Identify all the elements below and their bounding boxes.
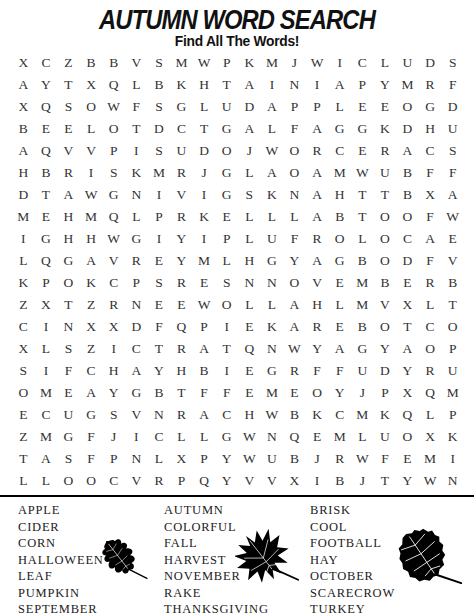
- grid-cell-r5c1: A: [12, 140, 35, 162]
- grid-cell-r20c19: W: [419, 470, 442, 492]
- grid-cell-r1c15: I: [328, 52, 351, 74]
- grid-cell-r5c16: E: [351, 140, 374, 162]
- grid-cell-r7c1: D: [12, 184, 35, 206]
- grid-cell-r4c15: G: [328, 118, 351, 140]
- grid-cell-r6c20: F: [441, 162, 464, 184]
- grid-cell-r1c12: M: [261, 52, 284, 74]
- grid-cell-r4c17: K: [374, 118, 397, 140]
- grid-cell-r10c14: A: [306, 250, 329, 272]
- grid-cell-r19c5: P: [102, 448, 125, 470]
- grid-cell-r2c17: Y: [374, 74, 397, 96]
- grid-cell-r20c3: O: [57, 470, 80, 492]
- grid-cell-r13c20: O: [441, 316, 464, 338]
- grid-cell-r13c12: K: [261, 316, 284, 338]
- grid-cell-r20c9: Q: [193, 470, 216, 492]
- grid-cell-r15c14: F: [306, 360, 329, 382]
- grid-cell-r5c4: V: [80, 140, 103, 162]
- grid-cell-r20c17: T: [374, 470, 397, 492]
- grid-cell-r17c14: K: [306, 404, 329, 426]
- grid-cell-r16c19: Q: [419, 382, 442, 404]
- grid-cell-r3c1: X: [12, 96, 35, 118]
- grid-cell-r7c4: W: [80, 184, 103, 206]
- grid-cell-r2c14: I: [306, 74, 329, 96]
- grid-cell-r6c12: A: [261, 162, 284, 184]
- grid-cell-r14c18: A: [396, 338, 419, 360]
- grid-cell-r16c17: P: [374, 382, 397, 404]
- grid-cell-r13c4: X: [80, 316, 103, 338]
- grid-cell-r7c2: T: [35, 184, 58, 206]
- grid-cell-r14c4: Z: [80, 338, 103, 360]
- grid-cell-r18c9: L: [193, 426, 216, 448]
- grid-cell-r3c18: O: [396, 96, 419, 118]
- grid-cell-r8c7: P: [148, 206, 171, 228]
- grid-cell-r10c18: D: [396, 250, 419, 272]
- grid-cell-r16c3: E: [57, 382, 80, 404]
- grid-cell-r7c13: N: [283, 184, 306, 206]
- grid-cell-r12c13: A: [283, 294, 306, 316]
- grid-cell-r17c11: H: [238, 404, 261, 426]
- grid-cell-r19c1: T: [12, 448, 35, 470]
- grid-cell-r11c12: N: [261, 272, 284, 294]
- grid-cell-r9c17: O: [374, 228, 397, 250]
- grid-cell-r15c10: I: [215, 360, 238, 382]
- grid-cell-r17c13: B: [283, 404, 306, 426]
- grid-cell-r7c6: N: [125, 184, 148, 206]
- grid-cell-r19c18: E: [396, 448, 419, 470]
- grid-cell-r7c19: X: [419, 184, 442, 206]
- grid-cell-r18c5: J: [102, 426, 125, 448]
- grid-cell-r14c16: G: [351, 338, 374, 360]
- grid-cell-r11c5: C: [102, 272, 125, 294]
- grid-cell-r5c14: R: [306, 140, 329, 162]
- grid-cell-r14c8: R: [170, 338, 193, 360]
- grid-cell-r3c19: G: [419, 96, 442, 118]
- grid-cell-r10c11: H: [238, 250, 261, 272]
- grid-cell-r7c11: S: [238, 184, 261, 206]
- word-item: BRISK: [310, 502, 395, 519]
- grid-cell-r12c2: X: [35, 294, 58, 316]
- grid-cell-r17c18: Q: [396, 404, 419, 426]
- grid-cell-r3c4: O: [80, 96, 103, 118]
- grid-cell-r1c8: M: [170, 52, 193, 74]
- grid-cell-r6c10: G: [215, 162, 238, 184]
- grid-cell-r9c5: W: [102, 228, 125, 250]
- grid-cell-r16c5: Y: [102, 382, 125, 404]
- grid-cell-r5c3: V: [57, 140, 80, 162]
- grid-cell-r7c16: T: [351, 184, 374, 206]
- grid-cell-r14c20: P: [441, 338, 464, 360]
- birch-leaf-icon: [387, 525, 471, 603]
- grid-cell-r8c13: L: [283, 206, 306, 228]
- grid-cell-r6c4: I: [80, 162, 103, 184]
- word-item: PUMPKIN: [18, 585, 104, 602]
- grid-cell-r13c17: O: [374, 316, 397, 338]
- word-item: HALLOWEEN: [18, 552, 104, 569]
- grid-cell-r16c14: O: [306, 382, 329, 404]
- grid-cell-r20c6: V: [125, 470, 148, 492]
- grid-cell-r20c18: Y: [396, 470, 419, 492]
- grid-cell-r9c20: E: [441, 228, 464, 250]
- grid-cell-r12c20: T: [441, 294, 464, 316]
- grid-cell-r2c1: A: [12, 74, 35, 96]
- grid-cell-r9c6: G: [125, 228, 148, 250]
- grid-cell-r5c10: O: [215, 140, 238, 162]
- grid-cell-r8c9: K: [193, 206, 216, 228]
- grid-cell-r4c2: E: [35, 118, 58, 140]
- grid-cell-r18c3: G: [57, 426, 80, 448]
- grid-cell-r3c14: P: [306, 96, 329, 118]
- grid-cell-r3c12: A: [261, 96, 284, 118]
- grid-cell-r8c18: O: [396, 206, 419, 228]
- grid-cell-r4c4: L: [80, 118, 103, 140]
- grid-cell-r4c9: T: [193, 118, 216, 140]
- grid-cell-r11c15: E: [328, 272, 351, 294]
- grid-cell-r18c18: O: [396, 426, 419, 448]
- grid-cell-r8c16: T: [351, 206, 374, 228]
- grid-cell-r7c3: A: [57, 184, 80, 206]
- grid-cell-r8c10: E: [215, 206, 238, 228]
- grid-cell-r19c6: N: [125, 448, 148, 470]
- grid-cell-r17c12: W: [261, 404, 284, 426]
- grid-cell-r20c1: L: [12, 470, 35, 492]
- grid-cell-r4c3: E: [57, 118, 80, 140]
- grid-cell-r16c15: Y: [328, 382, 351, 404]
- word-item: AUTUMN: [164, 502, 269, 519]
- grid-cell-r6c7: M: [148, 162, 171, 184]
- grid-cell-r13c19: C: [419, 316, 442, 338]
- grid-cell-r12c16: M: [351, 294, 374, 316]
- grid-cell-r16c11: E: [238, 382, 261, 404]
- grid-cell-r13c1: C: [12, 316, 35, 338]
- grid-cell-r14c5: I: [102, 338, 125, 360]
- grid-cell-r2c15: A: [328, 74, 351, 96]
- grid-cell-r1c16: C: [351, 52, 374, 74]
- grid-cell-r6c11: L: [238, 162, 261, 184]
- grid-cell-r19c19: M: [419, 448, 442, 470]
- grid-cell-r9c15: O: [328, 228, 351, 250]
- grid-cell-r4c10: G: [215, 118, 238, 140]
- grid-cell-r1c7: S: [148, 52, 171, 74]
- grid-cell-r3c6: F: [125, 96, 148, 118]
- grid-cell-r15c4: C: [80, 360, 103, 382]
- grid-cell-r18c8: L: [170, 426, 193, 448]
- grid-cell-r12c14: H: [306, 294, 329, 316]
- grid-cell-r16c2: M: [35, 382, 58, 404]
- grid-cell-r5c17: R: [374, 140, 397, 162]
- grid-cell-r3c15: L: [328, 96, 351, 118]
- grid-cell-r9c10: P: [215, 228, 238, 250]
- grid-cell-r14c7: T: [148, 338, 171, 360]
- grid-cell-r13c14: R: [306, 316, 329, 338]
- grid-cell-r12c12: L: [261, 294, 284, 316]
- grid-cell-r1c17: L: [374, 52, 397, 74]
- grid-cell-r20c8: P: [170, 470, 193, 492]
- grid-cell-r10c9: M: [193, 250, 216, 272]
- grid-cell-r12c1: Z: [12, 294, 35, 316]
- grid-cell-r13c18: T: [396, 316, 419, 338]
- grid-cell-r19c14: J: [306, 448, 329, 470]
- grid-cell-r17c7: N: [148, 404, 171, 426]
- grid-cell-r2c10: T: [215, 74, 238, 96]
- maple-leaf-icon: [235, 526, 301, 602]
- grid-cell-r2c7: B: [148, 74, 171, 96]
- grid-cell-r3c16: E: [351, 96, 374, 118]
- grid-cell-r5c13: O: [283, 140, 306, 162]
- grid-cell-r9c1: I: [12, 228, 35, 250]
- grid-cell-r20c14: I: [306, 470, 329, 492]
- grid-cell-r1c4: B: [80, 52, 103, 74]
- grid-cell-r16c16: J: [351, 382, 374, 404]
- grid-cell-r6c19: F: [419, 162, 442, 184]
- grid-cell-r1c2: C: [35, 52, 58, 74]
- grid-cell-r8c8: R: [170, 206, 193, 228]
- grid-cell-r10c20: V: [441, 250, 464, 272]
- grid-cell-r1c9: W: [193, 52, 216, 74]
- grid-cell-r13c11: E: [238, 316, 261, 338]
- grid-cell-r10c13: Y: [283, 250, 306, 272]
- grid-cell-r11c4: K: [80, 272, 103, 294]
- grid-cell-r11c3: O: [57, 272, 80, 294]
- grid-cell-r9c19: A: [419, 228, 442, 250]
- grid-cell-r3c10: U: [215, 96, 238, 118]
- grid-cell-r10c3: G: [57, 250, 80, 272]
- grid-cell-r2c11: A: [238, 74, 261, 96]
- grid-cell-r12c10: O: [215, 294, 238, 316]
- grid-cell-r16c1: O: [12, 382, 35, 404]
- grid-cell-r18c4: F: [80, 426, 103, 448]
- divider-line: [0, 495, 474, 497]
- grid-cell-r1c19: D: [419, 52, 442, 74]
- grid-cell-r15c6: A: [125, 360, 148, 382]
- grid-cell-r18c11: W: [238, 426, 261, 448]
- grid-cell-r5c9: D: [193, 140, 216, 162]
- grid-cell-r3c9: L: [193, 96, 216, 118]
- grid-cell-r14c15: A: [328, 338, 351, 360]
- grid-cell-r4c19: H: [419, 118, 442, 140]
- grid-cell-r4c20: U: [441, 118, 464, 140]
- grid-cell-r9c18: C: [396, 228, 419, 250]
- grid-cell-r11c10: S: [215, 272, 238, 294]
- grid-cell-r5c20: S: [441, 140, 464, 162]
- grid-cell-r15c17: D: [374, 360, 397, 382]
- grid-cell-r11c18: E: [396, 272, 419, 294]
- grid-cell-r1c1: X: [12, 52, 35, 74]
- grid-cell-r19c2: A: [35, 448, 58, 470]
- grid-cell-r12c4: Z: [80, 294, 103, 316]
- grid-cell-r18c17: U: [374, 426, 397, 448]
- word-item: OCTOBER: [310, 568, 395, 585]
- grid-cell-r17c16: M: [351, 404, 374, 426]
- word-item: APPLE: [18, 502, 104, 519]
- grid-cell-r19c15: R: [328, 448, 351, 470]
- grid-cell-r17c2: C: [35, 404, 58, 426]
- grid-cell-r13c7: F: [148, 316, 171, 338]
- grid-cell-r15c18: Y: [396, 360, 419, 382]
- grid-cell-r14c2: L: [35, 338, 58, 360]
- grid-cell-r11c6: P: [125, 272, 148, 294]
- grid-cell-r7c14: A: [306, 184, 329, 206]
- grid-cell-r20c16: J: [351, 470, 374, 492]
- grid-cell-r15c20: U: [441, 360, 464, 382]
- grid-cell-r4c13: F: [283, 118, 306, 140]
- grid-cell-r13c10: I: [215, 316, 238, 338]
- grid-cell-r17c5: S: [102, 404, 125, 426]
- grid-cell-r16c12: M: [261, 382, 284, 404]
- grid-cell-r4c18: D: [396, 118, 419, 140]
- grid-cell-r12c5: R: [102, 294, 125, 316]
- grid-cell-r14c3: S: [57, 338, 80, 360]
- grid-cell-r18c10: G: [215, 426, 238, 448]
- grid-cell-r19c17: F: [374, 448, 397, 470]
- grid-cell-r20c12: V: [261, 470, 284, 492]
- grid-cell-r10c10: L: [215, 250, 238, 272]
- word-item: THANKSGIVING: [164, 601, 269, 613]
- grid-cell-r3c17: E: [374, 96, 397, 118]
- grid-cell-r11c16: M: [351, 272, 374, 294]
- grid-cell-r6c8: R: [170, 162, 193, 184]
- grid-cell-r3c20: D: [441, 96, 464, 118]
- grid-cell-r20c20: N: [441, 470, 464, 492]
- grid-cell-r19c10: Y: [215, 448, 238, 470]
- grid-cell-r12c9: W: [193, 294, 216, 316]
- grid-cell-r9c12: U: [261, 228, 284, 250]
- grid-cell-r1c6: V: [125, 52, 148, 74]
- grid-cell-r2c12: I: [261, 74, 284, 96]
- grid-cell-r14c13: W: [283, 338, 306, 360]
- grid-cell-r12c15: L: [328, 294, 351, 316]
- grid-cell-r8c5: Q: [102, 206, 125, 228]
- word-list-column-1: APPLECIDERCORNHALLOWEENLEAFPUMPKINSEPTEM…: [18, 502, 104, 613]
- grid-cell-r1c3: Z: [57, 52, 80, 74]
- grid-cell-r4c5: O: [102, 118, 125, 140]
- grid-cell-r7c10: G: [215, 184, 238, 206]
- grid-cell-r15c13: R: [283, 360, 306, 382]
- grid-cell-r11c11: N: [238, 272, 261, 294]
- grid-cell-r5c7: S: [148, 140, 171, 162]
- grid-cell-r15c1: S: [12, 360, 35, 382]
- grid-cell-r9c11: L: [238, 228, 261, 250]
- grid-cell-r10c4: A: [80, 250, 103, 272]
- grid-cell-r8c3: H: [57, 206, 80, 228]
- grid-cell-r15c8: H: [170, 360, 193, 382]
- grid-cell-r5c11: J: [238, 140, 261, 162]
- word-item: COOL: [310, 519, 395, 536]
- grid-cell-r8c17: O: [374, 206, 397, 228]
- grid-cell-r14c19: O: [419, 338, 442, 360]
- grid-cell-r13c6: D: [125, 316, 148, 338]
- word-item: SEPTEMBER: [18, 601, 104, 613]
- grid-cell-r7c15: H: [328, 184, 351, 206]
- grid-cell-r13c8: Q: [170, 316, 193, 338]
- grid-cell-r20c2: L: [35, 470, 58, 492]
- grid-cell-r7c9: I: [193, 184, 216, 206]
- grid-cell-r7c17: T: [374, 184, 397, 206]
- grid-cell-r19c16: W: [351, 448, 374, 470]
- grid-cell-r18c7: C: [148, 426, 171, 448]
- grid-cell-r16c8: T: [170, 382, 193, 404]
- grid-cell-r18c14: E: [306, 426, 329, 448]
- word-item: TURKEY: [310, 601, 395, 613]
- grid-cell-r1c14: W: [306, 52, 329, 74]
- grid-cell-r19c12: U: [261, 448, 284, 470]
- grid-cell-r8c4: M: [80, 206, 103, 228]
- grid-cell-r17c20: P: [441, 404, 464, 426]
- grid-cell-r2c16: P: [351, 74, 374, 96]
- grid-cell-r1c20: S: [441, 52, 464, 74]
- grid-cell-r7c20: A: [441, 184, 464, 206]
- grid-cell-r18c15: M: [328, 426, 351, 448]
- grid-cell-r11c13: O: [283, 272, 306, 294]
- grid-cell-r6c14: A: [306, 162, 329, 184]
- grid-cell-r6c15: M: [328, 162, 351, 184]
- grid-cell-r11c2: P: [35, 272, 58, 294]
- grid-cell-r9c4: H: [80, 228, 103, 250]
- grid-cell-r17c9: A: [193, 404, 216, 426]
- grid-cell-r12c19: L: [419, 294, 442, 316]
- grid-cell-r13c3: N: [57, 316, 80, 338]
- grid-cell-r12c7: E: [148, 294, 171, 316]
- grid-cell-r14c14: Y: [306, 338, 329, 360]
- grid-cell-r16c18: X: [396, 382, 419, 404]
- grid-cell-r14c1: X: [12, 338, 35, 360]
- grid-cell-r1c11: K: [238, 52, 261, 74]
- grid-cell-r6c13: O: [283, 162, 306, 184]
- grid-cell-r12c18: X: [396, 294, 419, 316]
- grid-cell-r11c14: V: [306, 272, 329, 294]
- grid-cell-r6c16: W: [351, 162, 374, 184]
- grid-cell-r2c19: R: [419, 74, 442, 96]
- grid-cell-r2c6: L: [125, 74, 148, 96]
- grid-cell-r5c12: W: [261, 140, 284, 162]
- grid-cell-r3c8: G: [170, 96, 193, 118]
- grid-cell-r11c20: B: [441, 272, 464, 294]
- grid-cell-r16c9: F: [193, 382, 216, 404]
- grid-cell-r13c13: A: [283, 316, 306, 338]
- grid-cell-r16c13: E: [283, 382, 306, 404]
- grid-cell-r8c11: L: [238, 206, 261, 228]
- grid-cell-r3c5: W: [102, 96, 125, 118]
- grid-cell-r11c17: B: [374, 272, 397, 294]
- grid-cell-r11c8: R: [170, 272, 193, 294]
- grid-cell-r18c12: N: [261, 426, 284, 448]
- grid-cell-r13c5: X: [102, 316, 125, 338]
- grid-cell-r15c5: H: [102, 360, 125, 382]
- grid-cell-r15c9: B: [193, 360, 216, 382]
- word-item: CIDER: [18, 519, 104, 536]
- grid-cell-r15c3: F: [57, 360, 80, 382]
- grid-cell-r5c19: C: [419, 140, 442, 162]
- grid-cell-r10c16: B: [351, 250, 374, 272]
- grid-cell-r2c13: N: [283, 74, 306, 96]
- grid-cell-r5c18: A: [396, 140, 419, 162]
- grid-cell-r9c13: F: [283, 228, 306, 250]
- grid-cell-r5c5: P: [102, 140, 125, 162]
- grid-cell-r14c6: C: [125, 338, 148, 360]
- grid-cell-r9c7: I: [148, 228, 171, 250]
- grid-cell-r14c17: Y: [374, 338, 397, 360]
- grid-cell-r3c7: S: [148, 96, 171, 118]
- grid-cell-r10c19: F: [419, 250, 442, 272]
- grid-cell-r15c2: I: [35, 360, 58, 382]
- grid-cell-r4c11: A: [238, 118, 261, 140]
- grid-cell-r11c19: R: [419, 272, 442, 294]
- grid-cell-r18c1: Z: [12, 426, 35, 448]
- grid-cell-r10c6: R: [125, 250, 148, 272]
- grid-cell-r20c4: O: [80, 470, 103, 492]
- grid-cell-r2c5: Q: [102, 74, 125, 96]
- grid-cell-r15c19: R: [419, 360, 442, 382]
- oak-leaf-icon: [100, 531, 150, 599]
